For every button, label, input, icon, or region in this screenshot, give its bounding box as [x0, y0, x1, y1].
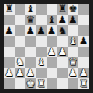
square-a8[interactable]: ♜: [4, 4, 15, 15]
square-d8[interactable]: [36, 4, 47, 15]
square-a3[interactable]: [4, 57, 15, 68]
white-rook: ♜: [79, 79, 88, 89]
square-a2[interactable]: ♟: [4, 68, 15, 79]
square-c1[interactable]: ♚: [25, 78, 36, 89]
black-pawn: ♟: [37, 26, 46, 36]
board-frame: ♜♝♜♚♛♝♟♟♟♟♟♟♞♝♟♟♟♞♝♛♟♟♟♟♟♚♜♜: [0, 0, 93, 93]
square-h4[interactable]: [78, 47, 89, 58]
square-g6[interactable]: [68, 25, 79, 36]
black-bishop: ♝: [47, 15, 56, 25]
square-b3[interactable]: ♞: [15, 57, 26, 68]
white-pawn: ♟: [58, 47, 67, 57]
square-f7[interactable]: ♟: [57, 15, 68, 26]
black-pawn: ♟: [58, 15, 67, 25]
white-rook: ♜: [37, 79, 46, 89]
square-c5[interactable]: [25, 36, 36, 47]
square-h5[interactable]: ♟: [78, 36, 89, 47]
white-bishop: ♝: [69, 36, 78, 46]
square-g2[interactable]: ♟: [68, 68, 79, 79]
square-h1[interactable]: ♜: [78, 78, 89, 89]
square-a5[interactable]: [4, 36, 15, 47]
square-b2[interactable]: ♟: [15, 68, 26, 79]
white-knight: ♞: [15, 57, 24, 67]
square-h6[interactable]: [78, 25, 89, 36]
square-b8[interactable]: [15, 4, 26, 15]
square-g7[interactable]: ♟: [68, 15, 79, 26]
square-a7[interactable]: [4, 15, 15, 26]
square-c4[interactable]: [25, 47, 36, 58]
square-e4[interactable]: ♟: [47, 47, 58, 58]
black-pawn: ♟: [69, 15, 78, 25]
square-g1[interactable]: [68, 78, 79, 89]
black-queen: ♛: [26, 15, 35, 25]
square-f4[interactable]: ♟: [57, 47, 68, 58]
black-knight: ♞: [58, 26, 67, 36]
white-king: ♚: [26, 79, 35, 89]
square-g8[interactable]: ♚: [68, 4, 79, 15]
square-c6[interactable]: ♟: [25, 25, 36, 36]
square-e6[interactable]: ♟: [47, 25, 58, 36]
square-d4[interactable]: [36, 47, 47, 58]
black-pawn: ♟: [26, 26, 35, 36]
square-c2[interactable]: ♟: [25, 68, 36, 79]
square-b7[interactable]: [15, 15, 26, 26]
square-e2[interactable]: [47, 68, 58, 79]
square-g5[interactable]: ♝: [68, 36, 79, 47]
square-d2[interactable]: [36, 68, 47, 79]
square-g3[interactable]: ♛: [68, 57, 79, 68]
square-a1[interactable]: [4, 78, 15, 89]
square-b4[interactable]: [15, 47, 26, 58]
square-e5[interactable]: [47, 36, 58, 47]
white-pawn: ♟: [47, 47, 56, 57]
black-pawn: ♟: [47, 26, 56, 36]
square-e7[interactable]: ♝: [47, 15, 58, 26]
square-c8[interactable]: ♝: [25, 4, 36, 15]
white-pawn: ♟: [79, 68, 88, 78]
black-bishop: ♝: [26, 4, 35, 14]
square-a4[interactable]: [4, 47, 15, 58]
square-f3[interactable]: [57, 57, 68, 68]
square-d7[interactable]: [36, 15, 47, 26]
white-pawn: ♟: [15, 68, 24, 78]
square-e1[interactable]: [47, 78, 58, 89]
black-pawn: ♟: [79, 36, 88, 46]
square-d6[interactable]: ♟: [36, 25, 47, 36]
square-f2[interactable]: [57, 68, 68, 79]
square-h2[interactable]: ♟: [78, 68, 89, 79]
square-f5[interactable]: [57, 36, 68, 47]
square-e3[interactable]: [47, 57, 58, 68]
square-h7[interactable]: [78, 15, 89, 26]
black-pawn: ♟: [5, 26, 14, 36]
square-f6[interactable]: ♞: [57, 25, 68, 36]
square-f1[interactable]: [57, 78, 68, 89]
square-d1[interactable]: ♜: [36, 78, 47, 89]
black-king: ♚: [69, 4, 78, 14]
square-b5[interactable]: [15, 36, 26, 47]
square-b1[interactable]: [15, 78, 26, 89]
black-rook: ♜: [58, 4, 67, 14]
square-e8[interactable]: [47, 4, 58, 15]
square-a6[interactable]: ♟: [4, 25, 15, 36]
chess-board: ♜♝♜♚♛♝♟♟♟♟♟♟♞♝♟♟♟♞♝♛♟♟♟♟♟♚♜♜: [4, 4, 89, 89]
square-f8[interactable]: ♜: [57, 4, 68, 15]
square-c7[interactable]: ♛: [25, 15, 36, 26]
white-queen: ♛: [69, 57, 78, 67]
square-d3[interactable]: ♝: [36, 57, 47, 68]
white-pawn: ♟: [26, 68, 35, 78]
square-b6[interactable]: [15, 25, 26, 36]
square-h8[interactable]: [78, 4, 89, 15]
square-h3[interactable]: [78, 57, 89, 68]
white-pawn: ♟: [5, 68, 14, 78]
black-rook: ♜: [5, 4, 14, 14]
white-pawn: ♟: [69, 68, 78, 78]
square-c3[interactable]: [25, 57, 36, 68]
white-bishop: ♝: [37, 57, 46, 67]
square-g4[interactable]: [68, 47, 79, 58]
square-d5[interactable]: [36, 36, 47, 47]
